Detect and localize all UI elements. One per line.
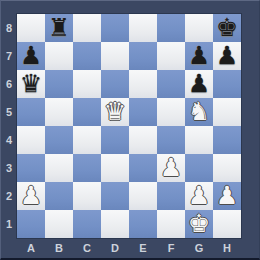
square-a6[interactable]: ♛ <box>17 70 45 98</box>
square-g7[interactable]: ♟ <box>185 42 213 70</box>
square-h2[interactable]: ♟ <box>213 182 241 210</box>
rank-label-8: 8 <box>1 14 17 42</box>
piece-black-pawn-g6[interactable]: ♟ <box>185 70 213 98</box>
square-f1[interactable] <box>157 210 185 238</box>
square-c7[interactable] <box>73 42 101 70</box>
piece-white-knight-g5[interactable]: ♞ <box>185 98 213 126</box>
rank-label-4: 4 <box>1 126 17 154</box>
piece-black-queen-a6[interactable]: ♛ <box>17 70 45 98</box>
square-h7[interactable]: ♟ <box>213 42 241 70</box>
square-g3[interactable] <box>185 154 213 182</box>
square-e3[interactable] <box>129 154 157 182</box>
square-b5[interactable] <box>45 98 73 126</box>
file-label-d: D <box>101 239 129 257</box>
square-g2[interactable]: ♟ <box>185 182 213 210</box>
file-label-h: H <box>213 239 241 257</box>
rank-label-5: 5 <box>1 98 17 126</box>
file-label-g: G <box>185 239 213 257</box>
rank-label-6: 6 <box>1 70 17 98</box>
piece-white-pawn-h2[interactable]: ♟ <box>213 182 241 210</box>
square-h6[interactable] <box>213 70 241 98</box>
square-b3[interactable] <box>45 154 73 182</box>
square-d6[interactable] <box>101 70 129 98</box>
square-c4[interactable] <box>73 126 101 154</box>
square-e8[interactable] <box>129 14 157 42</box>
file-label-c: C <box>73 239 101 257</box>
file-label-f: F <box>157 239 185 257</box>
square-h8[interactable]: ♚ <box>213 14 241 42</box>
square-c1[interactable] <box>73 210 101 238</box>
rank-label-7: 7 <box>1 42 17 70</box>
piece-black-pawn-g7[interactable]: ♟ <box>185 42 213 70</box>
piece-black-pawn-a7[interactable]: ♟ <box>17 42 45 70</box>
square-d5[interactable]: ♛ <box>101 98 129 126</box>
piece-white-pawn-g2[interactable]: ♟ <box>185 182 213 210</box>
square-e4[interactable] <box>129 126 157 154</box>
square-f3[interactable]: ♟ <box>157 154 185 182</box>
square-f7[interactable] <box>157 42 185 70</box>
square-a8[interactable] <box>17 14 45 42</box>
square-e5[interactable] <box>129 98 157 126</box>
piece-black-pawn-h7[interactable]: ♟ <box>213 42 241 70</box>
square-g6[interactable]: ♟ <box>185 70 213 98</box>
piece-white-queen-d5[interactable]: ♛ <box>101 98 129 126</box>
piece-black-rook-b8[interactable]: ♜ <box>45 14 73 42</box>
piece-black-king-h8[interactable]: ♚ <box>213 14 241 42</box>
square-c3[interactable] <box>73 154 101 182</box>
rank-label-2: 2 <box>1 182 17 210</box>
rank-label-1: 1 <box>1 210 17 238</box>
square-d4[interactable] <box>101 126 129 154</box>
piece-white-pawn-f3[interactable]: ♟ <box>157 154 185 182</box>
rank-labels: 87654321 <box>1 14 17 238</box>
square-h1[interactable] <box>213 210 241 238</box>
piece-white-king-g1[interactable]: ♚ <box>185 210 213 238</box>
square-f5[interactable] <box>157 98 185 126</box>
square-d2[interactable] <box>101 182 129 210</box>
square-e1[interactable] <box>129 210 157 238</box>
square-e2[interactable] <box>129 182 157 210</box>
square-c6[interactable] <box>73 70 101 98</box>
file-label-b: B <box>45 239 73 257</box>
square-d3[interactable] <box>101 154 129 182</box>
square-g5[interactable]: ♞ <box>185 98 213 126</box>
square-h4[interactable] <box>213 126 241 154</box>
board: ♜♚♟♟♟♛♟♛♞♟♟♟♟♚ <box>17 14 241 238</box>
piece-white-pawn-a2[interactable]: ♟ <box>17 182 45 210</box>
square-g1[interactable]: ♚ <box>185 210 213 238</box>
square-d8[interactable] <box>101 14 129 42</box>
square-a3[interactable] <box>17 154 45 182</box>
square-b8[interactable]: ♜ <box>45 14 73 42</box>
square-h5[interactable] <box>213 98 241 126</box>
square-c5[interactable] <box>73 98 101 126</box>
rank-label-3: 3 <box>1 154 17 182</box>
chessboard-frame: 87654321 ♜♚♟♟♟♛♟♛♞♟♟♟♟♚ ABCDEFGH <box>0 0 260 260</box>
square-a1[interactable] <box>17 210 45 238</box>
square-c2[interactable] <box>73 182 101 210</box>
square-a2[interactable]: ♟ <box>17 182 45 210</box>
file-label-a: A <box>17 239 45 257</box>
square-b1[interactable] <box>45 210 73 238</box>
square-f4[interactable] <box>157 126 185 154</box>
square-e6[interactable] <box>129 70 157 98</box>
square-d7[interactable] <box>101 42 129 70</box>
square-d1[interactable] <box>101 210 129 238</box>
square-c8[interactable] <box>73 14 101 42</box>
square-a4[interactable] <box>17 126 45 154</box>
square-h3[interactable] <box>213 154 241 182</box>
square-b7[interactable] <box>45 42 73 70</box>
square-g4[interactable] <box>185 126 213 154</box>
square-f8[interactable] <box>157 14 185 42</box>
square-f2[interactable] <box>157 182 185 210</box>
square-b6[interactable] <box>45 70 73 98</box>
square-a7[interactable]: ♟ <box>17 42 45 70</box>
square-a5[interactable] <box>17 98 45 126</box>
square-e7[interactable] <box>129 42 157 70</box>
square-f6[interactable] <box>157 70 185 98</box>
file-labels: ABCDEFGH <box>17 239 241 257</box>
file-label-e: E <box>129 239 157 257</box>
square-g8[interactable] <box>185 14 213 42</box>
square-b2[interactable] <box>45 182 73 210</box>
square-b4[interactable] <box>45 126 73 154</box>
